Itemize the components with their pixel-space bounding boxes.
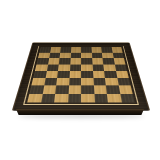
square-b1 xyxy=(41,94,56,103)
board-squares xyxy=(27,47,135,102)
square-c1 xyxy=(54,94,68,103)
square-d2 xyxy=(68,85,81,93)
square-f3 xyxy=(93,78,106,86)
square-b3 xyxy=(44,78,57,86)
square-d1 xyxy=(68,94,81,103)
square-c3 xyxy=(56,78,69,86)
square-e3 xyxy=(81,78,93,86)
square-f4 xyxy=(93,71,105,78)
square-h4 xyxy=(116,71,129,78)
chess-board xyxy=(12,42,150,111)
square-e4 xyxy=(81,71,93,78)
square-c2 xyxy=(55,85,68,93)
square-f1 xyxy=(94,94,108,103)
square-d3 xyxy=(69,78,81,86)
square-c4 xyxy=(57,71,69,78)
square-e1 xyxy=(81,94,94,103)
square-h3 xyxy=(117,78,131,86)
square-h1 xyxy=(120,94,135,103)
square-b4 xyxy=(45,71,58,78)
board-shadow xyxy=(18,114,144,118)
square-b2 xyxy=(42,85,56,93)
square-d4 xyxy=(69,71,81,78)
square-f2 xyxy=(93,85,106,93)
square-h2 xyxy=(118,85,132,93)
product-photo-background xyxy=(0,0,160,160)
square-e2 xyxy=(81,85,94,93)
